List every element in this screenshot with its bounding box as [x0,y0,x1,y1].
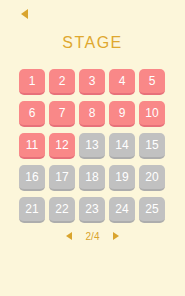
stage-tile-23[interactable]: 23 [79,197,105,223]
stage-tile-21[interactable]: 21 [19,197,45,223]
stage-tile-8[interactable]: 8 [79,101,105,127]
back-button[interactable] [14,4,34,24]
stage-tile-18[interactable]: 18 [79,165,105,191]
stage-tile-11[interactable]: 11 [19,133,45,159]
stage-tile-3[interactable]: 3 [79,69,105,95]
stage-tile-17[interactable]: 17 [49,165,75,191]
stage-select-screen: STAGE 1234567891011121314151617181920212… [0,0,185,296]
prev-page-button[interactable] [63,230,75,242]
stage-tile-14[interactable]: 14 [109,133,135,159]
stage-tile-5[interactable]: 5 [139,69,165,95]
pagination: 2/4 [0,230,185,242]
page-title: STAGE [0,34,185,52]
stage-tile-10[interactable]: 10 [139,101,165,127]
stage-tile-22[interactable]: 22 [49,197,75,223]
stage-tile-12[interactable]: 12 [49,133,75,159]
stage-tile-7[interactable]: 7 [49,101,75,127]
page-indicator: 2/4 [86,231,100,242]
stage-tile-9[interactable]: 9 [109,101,135,127]
stage-tile-25[interactable]: 25 [139,197,165,223]
stage-tile-19[interactable]: 19 [109,165,135,191]
next-page-icon [113,232,119,240]
stage-tile-20[interactable]: 20 [139,165,165,191]
stage-grid: 1234567891011121314151617181920212223242… [19,69,165,223]
prev-page-icon [66,232,72,240]
stage-tile-15[interactable]: 15 [139,133,165,159]
stage-tile-13[interactable]: 13 [79,133,105,159]
stage-tile-4[interactable]: 4 [109,69,135,95]
next-page-button[interactable] [110,230,122,242]
stage-tile-24[interactable]: 24 [109,197,135,223]
stage-tile-2[interactable]: 2 [49,69,75,95]
stage-tile-16[interactable]: 16 [19,165,45,191]
back-icon [21,9,28,19]
stage-tile-1[interactable]: 1 [19,69,45,95]
stage-tile-6[interactable]: 6 [19,101,45,127]
